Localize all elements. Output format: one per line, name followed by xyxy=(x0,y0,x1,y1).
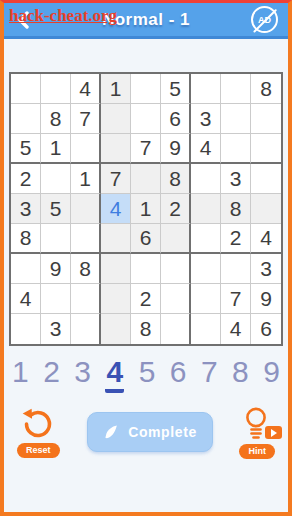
lightbulb-icon xyxy=(241,406,273,442)
cell-r9c3[interactable] xyxy=(71,314,101,344)
cell-r6c8[interactable]: 2 xyxy=(221,224,251,254)
cell-r3c3[interactable] xyxy=(71,134,101,164)
numpad-digit-3[interactable]: 3 xyxy=(74,357,91,392)
cell-r7c3[interactable]: 8 xyxy=(71,254,101,284)
cell-r9c2[interactable]: 3 xyxy=(41,314,71,344)
numpad-digit-5[interactable]: 5 xyxy=(139,357,156,392)
feather-icon xyxy=(102,424,119,441)
cell-r6c9[interactable]: 4 xyxy=(251,224,281,254)
cell-r2c1[interactable] xyxy=(11,104,41,134)
cell-r3c4[interactable] xyxy=(101,134,131,164)
cell-r4c1[interactable]: 2 xyxy=(11,164,41,194)
cell-r6c1[interactable]: 8 xyxy=(11,224,41,254)
cell-r8c6[interactable] xyxy=(161,284,191,314)
watermark-link[interactable]: hack-cheat.org xyxy=(9,6,117,26)
cell-r1c5[interactable] xyxy=(131,74,161,104)
cell-r3c1[interactable]: 5 xyxy=(11,134,41,164)
cell-r4c7[interactable] xyxy=(191,164,221,194)
cell-r2c9[interactable] xyxy=(251,104,281,134)
cell-r7c6[interactable] xyxy=(161,254,191,284)
cell-r2c8[interactable] xyxy=(221,104,251,134)
numpad-digit-6[interactable]: 6 xyxy=(170,357,187,392)
cell-r6c6[interactable] xyxy=(161,224,191,254)
numpad-digit-1[interactable]: 1 xyxy=(12,357,29,392)
remove-ads-button[interactable]: AD xyxy=(251,6,278,33)
cell-r3c7[interactable]: 4 xyxy=(191,134,221,164)
cell-r5c2[interactable]: 5 xyxy=(41,194,71,224)
cell-r7c9[interactable]: 3 xyxy=(251,254,281,284)
cell-r4c9[interactable] xyxy=(251,164,281,194)
cell-r1c1[interactable] xyxy=(11,74,41,104)
cell-r4c2[interactable] xyxy=(41,164,71,194)
cell-r4c8[interactable]: 3 xyxy=(221,164,251,194)
cell-r8c3[interactable] xyxy=(71,284,101,314)
hint-label: Hint xyxy=(239,444,275,459)
cell-r2c7[interactable]: 3 xyxy=(191,104,221,134)
cell-r8c4[interactable] xyxy=(101,284,131,314)
cell-r8c8[interactable]: 7 xyxy=(221,284,251,314)
numpad: 123456789 xyxy=(12,357,280,393)
cell-r8c5[interactable]: 2 xyxy=(131,284,161,314)
cell-r8c9[interactable]: 9 xyxy=(251,284,281,314)
cell-r3c5[interactable]: 7 xyxy=(131,134,161,164)
cell-r4c5[interactable] xyxy=(131,164,161,194)
cell-r1c9[interactable]: 8 xyxy=(251,74,281,104)
cell-r1c8[interactable] xyxy=(221,74,251,104)
cell-r2c5[interactable] xyxy=(131,104,161,134)
cell-r6c5[interactable]: 6 xyxy=(131,224,161,254)
cell-r9c4[interactable] xyxy=(101,314,131,344)
cell-r5c8[interactable]: 8 xyxy=(221,194,251,224)
cell-r9c8[interactable]: 4 xyxy=(221,314,251,344)
cell-r5c9[interactable] xyxy=(251,194,281,224)
numpad-digit-8[interactable]: 8 xyxy=(232,357,249,392)
cell-r7c8[interactable] xyxy=(221,254,251,284)
cell-r5c4[interactable]: 4 xyxy=(101,194,131,224)
cell-r2c2[interactable]: 8 xyxy=(41,104,71,134)
cell-r3c8[interactable] xyxy=(221,134,251,164)
sudoku-grid: 415887635179421783354128862498342793846 xyxy=(9,72,283,346)
control-bar: Reset Complete Hint xyxy=(4,406,288,459)
cell-r6c4[interactable] xyxy=(101,224,131,254)
cell-r4c4[interactable]: 7 xyxy=(101,164,131,194)
no-ads-slash-icon xyxy=(253,9,277,33)
video-play-icon xyxy=(265,426,282,439)
reset-label: Reset xyxy=(17,443,60,458)
cell-r9c7[interactable] xyxy=(191,314,221,344)
cell-r2c6[interactable]: 6 xyxy=(161,104,191,134)
cell-r7c2[interactable]: 9 xyxy=(41,254,71,284)
cell-r5c3[interactable] xyxy=(71,194,101,224)
complete-label: Complete xyxy=(128,424,197,440)
cell-r5c7[interactable] xyxy=(191,194,221,224)
cell-r1c7[interactable] xyxy=(191,74,221,104)
cell-r7c1[interactable] xyxy=(11,254,41,284)
cell-r1c2[interactable] xyxy=(41,74,71,104)
complete-button[interactable]: Complete xyxy=(87,412,213,452)
cell-r2c3[interactable]: 7 xyxy=(71,104,101,134)
cell-r1c4[interactable]: 1 xyxy=(101,74,131,104)
numpad-digit-7[interactable]: 7 xyxy=(201,357,218,392)
cell-r8c2[interactable] xyxy=(41,284,71,314)
cell-r5c5[interactable]: 1 xyxy=(131,194,161,224)
cell-r9c9[interactable]: 6 xyxy=(251,314,281,344)
cell-r2c4[interactable] xyxy=(101,104,131,134)
cell-r5c1[interactable]: 3 xyxy=(11,194,41,224)
reset-arrow-icon xyxy=(21,407,55,441)
cell-r9c6[interactable] xyxy=(161,314,191,344)
cell-r6c7[interactable] xyxy=(191,224,221,254)
reset-button[interactable]: Reset xyxy=(17,407,60,458)
cell-r3c9[interactable] xyxy=(251,134,281,164)
cell-r3c6[interactable]: 9 xyxy=(161,134,191,164)
cell-r6c3[interactable] xyxy=(71,224,101,254)
cell-r7c5[interactable] xyxy=(131,254,161,284)
numpad-digit-9[interactable]: 9 xyxy=(263,357,280,392)
cell-r9c1[interactable] xyxy=(11,314,41,344)
cell-r4c6[interactable]: 8 xyxy=(161,164,191,194)
cell-r5c6[interactable]: 2 xyxy=(161,194,191,224)
cell-r3c2[interactable]: 1 xyxy=(41,134,71,164)
cell-r8c7[interactable] xyxy=(191,284,221,314)
cell-r6c2[interactable] xyxy=(41,224,71,254)
cell-r1c6[interactable]: 5 xyxy=(161,74,191,104)
cell-r4c3[interactable]: 1 xyxy=(71,164,101,194)
cell-r7c7[interactable] xyxy=(191,254,221,284)
hint-button[interactable]: Hint xyxy=(239,406,275,459)
cell-r1c3[interactable]: 4 xyxy=(71,74,101,104)
numpad-digit-4[interactable]: 4 xyxy=(105,357,124,393)
cell-r7c4[interactable] xyxy=(101,254,131,284)
cell-r8c1[interactable]: 4 xyxy=(11,284,41,314)
numpad-digit-2[interactable]: 2 xyxy=(43,357,60,392)
cell-r9c5[interactable]: 8 xyxy=(131,314,161,344)
